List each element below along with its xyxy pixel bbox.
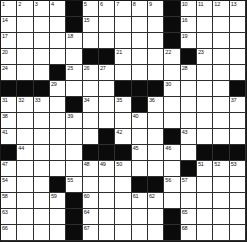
cell-r5c5[interactable]: 25 bbox=[66, 65, 82, 81]
cell-r7c12[interactable] bbox=[181, 97, 197, 113]
clue-number-8: 8 bbox=[133, 1, 136, 7]
black-square-r7c5 bbox=[66, 97, 82, 113]
cell-r6c13[interactable] bbox=[197, 81, 213, 97]
cell-r5c6[interactable]: 26 bbox=[83, 65, 99, 81]
cell-r14c9[interactable] bbox=[132, 209, 148, 225]
clue-number-1: 1 bbox=[2, 1, 5, 7]
black-square-r6c1 bbox=[1, 81, 17, 97]
cell-r15c4[interactable] bbox=[50, 225, 66, 241]
clue-number-56: 56 bbox=[165, 177, 171, 183]
cell-r7c2[interactable]: 32 bbox=[17, 97, 33, 113]
crossword-puzzle: 1234567891011121314151617181920212223242… bbox=[0, 0, 247, 242]
clue-number-15: 15 bbox=[84, 17, 90, 23]
clue-number-21: 21 bbox=[116, 49, 122, 55]
clue-number-7: 7 bbox=[116, 1, 119, 7]
cell-r8c3[interactable] bbox=[34, 113, 50, 129]
cell-r4c3[interactable] bbox=[34, 49, 50, 65]
cell-r1c4[interactable]: 4 bbox=[50, 1, 66, 17]
cell-r7c13[interactable] bbox=[197, 97, 213, 113]
cell-r15c10[interactable] bbox=[148, 225, 164, 241]
cell-r10c12[interactable] bbox=[181, 145, 197, 161]
cell-r3c3[interactable] bbox=[34, 33, 50, 49]
cell-r2c14[interactable] bbox=[213, 17, 229, 33]
cell-r14c7[interactable] bbox=[99, 209, 115, 225]
clue-number-23: 23 bbox=[198, 49, 204, 55]
cell-r10c5[interactable] bbox=[66, 145, 82, 161]
clue-number-66: 66 bbox=[2, 225, 8, 231]
black-square-r13c5 bbox=[66, 193, 82, 209]
cell-r5c2[interactable] bbox=[17, 65, 33, 81]
cell-r8c12[interactable] bbox=[181, 113, 197, 129]
cell-r13c1[interactable]: 58 bbox=[1, 193, 17, 209]
clue-number-10: 10 bbox=[182, 1, 188, 7]
cell-r11c5[interactable] bbox=[66, 161, 82, 177]
cell-r11c2[interactable] bbox=[17, 161, 33, 177]
cell-r6c14[interactable] bbox=[213, 81, 229, 97]
cell-r3c6[interactable] bbox=[83, 33, 99, 49]
black-square-r10c13 bbox=[197, 145, 213, 161]
clue-number-11: 11 bbox=[198, 1, 203, 7]
clue-number-44: 44 bbox=[18, 145, 24, 151]
black-square-r15c11 bbox=[164, 225, 180, 241]
cell-r4c13[interactable]: 23 bbox=[197, 49, 213, 65]
cell-r6c11[interactable]: 30 bbox=[164, 81, 180, 97]
cell-r12c6[interactable] bbox=[83, 177, 99, 193]
cell-r11c15[interactable]: 53 bbox=[230, 161, 246, 177]
cell-r1c1[interactable]: 1 bbox=[1, 1, 17, 17]
black-square-r10c15 bbox=[230, 145, 246, 161]
black-square-r2c11 bbox=[164, 17, 180, 33]
cell-r2c12[interactable]: 16 bbox=[181, 17, 197, 33]
cell-r9c1[interactable]: 41 bbox=[1, 129, 17, 145]
cell-r2c3[interactable] bbox=[34, 17, 50, 33]
cell-r11c10[interactable] bbox=[148, 161, 164, 177]
cell-r13c7[interactable] bbox=[99, 193, 115, 209]
cell-r1c10[interactable]: 9 bbox=[148, 1, 164, 17]
clue-number-3: 3 bbox=[35, 1, 38, 7]
clue-number-55: 55 bbox=[67, 177, 73, 183]
cell-r5c12[interactable]: 28 bbox=[181, 65, 197, 81]
cell-r9c14[interactable] bbox=[213, 129, 229, 145]
cell-r2c10[interactable] bbox=[148, 17, 164, 33]
cell-r4c9[interactable] bbox=[132, 49, 148, 65]
cell-r15c12[interactable]: 68 bbox=[181, 225, 197, 241]
cell-r9c9[interactable] bbox=[132, 129, 148, 145]
cell-r1c2[interactable]: 2 bbox=[17, 1, 33, 17]
clue-number-28: 28 bbox=[182, 65, 188, 71]
clue-number-67: 67 bbox=[84, 225, 90, 231]
cell-r7c7[interactable] bbox=[99, 97, 115, 113]
cell-r8c6[interactable] bbox=[83, 113, 99, 129]
clue-number-35: 35 bbox=[116, 97, 122, 103]
cell-r2c6[interactable]: 15 bbox=[83, 17, 99, 33]
black-square-r12c9 bbox=[132, 177, 148, 193]
cell-r15c2[interactable] bbox=[17, 225, 33, 241]
clue-number-13: 13 bbox=[231, 1, 237, 7]
clue-number-38: 38 bbox=[2, 113, 8, 119]
cell-r12c2[interactable] bbox=[17, 177, 33, 193]
clue-number-50: 50 bbox=[116, 161, 122, 167]
cell-r8c13[interactable] bbox=[197, 113, 213, 129]
cell-r11c11[interactable] bbox=[164, 161, 180, 177]
cell-r4c11[interactable]: 22 bbox=[164, 49, 180, 65]
cell-r5c10[interactable] bbox=[148, 65, 164, 81]
clue-number-25: 25 bbox=[67, 65, 73, 71]
black-square-r10c8 bbox=[115, 145, 131, 161]
cell-r3c14[interactable] bbox=[213, 33, 229, 49]
cell-r3c15[interactable] bbox=[230, 33, 246, 49]
cell-r5c9[interactable] bbox=[132, 65, 148, 81]
cell-r14c12[interactable]: 65 bbox=[181, 209, 197, 225]
cell-r15c15[interactable] bbox=[230, 225, 246, 241]
black-square-r2c5 bbox=[66, 17, 82, 33]
cell-r7c6[interactable]: 34 bbox=[83, 97, 99, 113]
cell-r8c10[interactable] bbox=[148, 113, 164, 129]
cell-r3c4[interactable] bbox=[50, 33, 66, 49]
cell-r4c5[interactable] bbox=[66, 49, 82, 65]
clue-number-47: 47 bbox=[2, 161, 8, 167]
cell-r10c2[interactable]: 44 bbox=[17, 145, 33, 161]
black-square-r10c1 bbox=[1, 145, 17, 161]
cell-r2c8[interactable] bbox=[115, 17, 131, 33]
cell-r8c11[interactable] bbox=[164, 113, 180, 129]
cell-r10c11[interactable]: 46 bbox=[164, 145, 180, 161]
cell-r5c8[interactable] bbox=[115, 65, 131, 81]
cell-r13c8[interactable] bbox=[115, 193, 131, 209]
cell-r13c4[interactable]: 59 bbox=[50, 193, 66, 209]
cell-r1c14[interactable]: 12 bbox=[213, 1, 229, 17]
cell-r4c14[interactable] bbox=[213, 49, 229, 65]
clue-number-40: 40 bbox=[133, 113, 139, 119]
cell-r1c12[interactable]: 10 bbox=[181, 1, 197, 17]
cell-r8c9[interactable]: 40 bbox=[132, 113, 148, 129]
clue-number-24: 24 bbox=[2, 65, 8, 71]
black-square-r6c15 bbox=[230, 81, 246, 97]
cell-r10c10[interactable] bbox=[148, 145, 164, 161]
cell-r5c11[interactable] bbox=[164, 65, 180, 81]
cell-r5c13[interactable] bbox=[197, 65, 213, 81]
cell-r8c4[interactable] bbox=[50, 113, 66, 129]
cell-r12c15[interactable] bbox=[230, 177, 246, 193]
cell-r15c8[interactable] bbox=[115, 225, 131, 241]
cell-r9c4[interactable] bbox=[50, 129, 66, 145]
cell-r8c2[interactable] bbox=[17, 113, 33, 129]
cell-r11c1[interactable]: 47 bbox=[1, 161, 17, 177]
cell-r14c2[interactable] bbox=[17, 209, 33, 225]
cell-r1c13[interactable]: 11 bbox=[197, 1, 213, 17]
cell-r10c3[interactable] bbox=[34, 145, 50, 161]
clue-number-48: 48 bbox=[84, 161, 90, 167]
black-square-r6c2 bbox=[17, 81, 33, 97]
clue-number-34: 34 bbox=[84, 97, 90, 103]
clue-number-41: 41 bbox=[2, 129, 8, 135]
cell-r1c9[interactable]: 8 bbox=[132, 1, 148, 17]
cell-r15c14[interactable] bbox=[213, 225, 229, 241]
cell-r11c8[interactable]: 50 bbox=[115, 161, 131, 177]
clue-number-52: 52 bbox=[214, 161, 220, 167]
clue-number-5: 5 bbox=[84, 1, 87, 7]
cell-r13c12[interactable] bbox=[181, 193, 197, 209]
cell-r2c4[interactable] bbox=[50, 17, 66, 33]
black-square-r15c5 bbox=[66, 225, 82, 241]
cell-r1c15[interactable]: 13 bbox=[230, 1, 246, 17]
cell-r5c14[interactable] bbox=[213, 65, 229, 81]
cell-r3c13[interactable] bbox=[197, 33, 213, 49]
cell-r9c15[interactable] bbox=[230, 129, 246, 145]
clue-number-2: 2 bbox=[18, 1, 21, 7]
cell-r11c13[interactable]: 51 bbox=[197, 161, 213, 177]
clue-number-27: 27 bbox=[100, 65, 106, 71]
cell-r2c9[interactable] bbox=[132, 17, 148, 33]
cell-r9c6[interactable] bbox=[83, 129, 99, 145]
black-square-r10c7 bbox=[99, 145, 115, 161]
black-square-r11c12 bbox=[181, 161, 197, 177]
cell-r11c6[interactable]: 48 bbox=[83, 161, 99, 177]
clue-number-32: 32 bbox=[18, 97, 24, 103]
cell-r10c9[interactable]: 45 bbox=[132, 145, 148, 161]
cell-r15c3[interactable] bbox=[34, 225, 50, 241]
black-square-r4c12 bbox=[181, 49, 197, 65]
cell-r7c10[interactable]: 36 bbox=[148, 97, 164, 113]
cell-r11c4[interactable] bbox=[50, 161, 66, 177]
clue-number-57: 57 bbox=[182, 177, 188, 183]
cell-r1c8[interactable]: 7 bbox=[115, 1, 131, 17]
cell-r9c8[interactable]: 42 bbox=[115, 129, 131, 145]
cell-r8c14[interactable] bbox=[213, 113, 229, 129]
clue-number-61: 61 bbox=[133, 193, 139, 199]
cell-r13c13[interactable] bbox=[197, 193, 213, 209]
cell-r12c1[interactable]: 54 bbox=[1, 177, 17, 193]
cell-r6c12[interactable] bbox=[181, 81, 197, 97]
cell-r13c3[interactable] bbox=[34, 193, 50, 209]
cell-r15c1[interactable]: 66 bbox=[1, 225, 17, 241]
cell-r4c4[interactable] bbox=[50, 49, 66, 65]
clue-number-42: 42 bbox=[116, 129, 122, 135]
clue-number-63: 63 bbox=[2, 209, 8, 215]
cell-r13c14[interactable] bbox=[213, 193, 229, 209]
cell-r9c12[interactable]: 43 bbox=[181, 129, 197, 145]
cell-r6c7[interactable] bbox=[99, 81, 115, 97]
cell-r14c13[interactable] bbox=[197, 209, 213, 225]
cell-r13c10[interactable]: 62 bbox=[148, 193, 164, 209]
cell-r7c14[interactable] bbox=[213, 97, 229, 113]
black-square-r6c9 bbox=[132, 81, 148, 97]
cell-r14c4[interactable] bbox=[50, 209, 66, 225]
cell-r13c9[interactable]: 61 bbox=[132, 193, 148, 209]
clue-number-20: 20 bbox=[2, 49, 8, 55]
clue-number-14: 14 bbox=[2, 17, 8, 23]
cell-r1c6[interactable]: 5 bbox=[83, 1, 99, 17]
cell-r8c1[interactable]: 38 bbox=[1, 113, 17, 129]
black-square-r1c11 bbox=[164, 1, 180, 17]
clue-number-62: 62 bbox=[149, 193, 155, 199]
cell-r9c13[interactable] bbox=[197, 129, 213, 145]
cell-r9c2[interactable] bbox=[17, 129, 33, 145]
black-square-r10c14 bbox=[213, 145, 229, 161]
clue-number-33: 33 bbox=[35, 97, 41, 103]
cell-r11c7[interactable]: 49 bbox=[99, 161, 115, 177]
clue-number-59: 59 bbox=[51, 193, 57, 199]
black-square-r6c3 bbox=[34, 81, 50, 97]
cell-r1c7[interactable]: 6 bbox=[99, 1, 115, 17]
cell-r12c13[interactable] bbox=[197, 177, 213, 193]
clue-number-46: 46 bbox=[165, 145, 171, 151]
black-square-r5c4 bbox=[50, 65, 66, 81]
black-square-r9c7 bbox=[99, 129, 115, 145]
cell-r4c15[interactable] bbox=[230, 49, 246, 65]
cell-r4c8[interactable]: 21 bbox=[115, 49, 131, 65]
cell-r14c1[interactable]: 63 bbox=[1, 209, 17, 225]
cell-r15c13[interactable] bbox=[197, 225, 213, 241]
cell-r9c5[interactable] bbox=[66, 129, 82, 145]
cell-r6c5[interactable] bbox=[66, 81, 82, 97]
cell-r12c14[interactable] bbox=[213, 177, 229, 193]
clue-number-22: 22 bbox=[165, 49, 171, 55]
cell-r6c4[interactable]: 29 bbox=[50, 81, 66, 97]
clue-number-29: 29 bbox=[51, 81, 57, 87]
cell-r12c11[interactable]: 56 bbox=[164, 177, 180, 193]
cell-r4c10[interactable] bbox=[148, 49, 164, 65]
clue-number-43: 43 bbox=[182, 129, 188, 135]
black-square-r1c5 bbox=[66, 1, 82, 17]
cell-r12c7[interactable] bbox=[99, 177, 115, 193]
clue-number-6: 6 bbox=[100, 1, 103, 7]
cell-r7c11[interactable] bbox=[164, 97, 180, 113]
black-square-r3c11 bbox=[164, 33, 180, 49]
cell-r3c10[interactable] bbox=[148, 33, 164, 49]
cell-r7c3[interactable]: 33 bbox=[34, 97, 50, 113]
cell-r9c3[interactable] bbox=[34, 129, 50, 145]
cell-r3c8[interactable] bbox=[115, 33, 131, 49]
clue-number-51: 51 bbox=[198, 161, 204, 167]
cell-r13c15[interactable] bbox=[230, 193, 246, 209]
clue-number-60: 60 bbox=[84, 193, 90, 199]
cell-r13c2[interactable] bbox=[17, 193, 33, 209]
cell-r15c6[interactable]: 67 bbox=[83, 225, 99, 241]
cell-r3c2[interactable] bbox=[17, 33, 33, 49]
cell-r14c8[interactable] bbox=[115, 209, 131, 225]
cell-r5c1[interactable]: 24 bbox=[1, 65, 17, 81]
cell-r15c7[interactable] bbox=[99, 225, 115, 241]
black-square-r6c10 bbox=[148, 81, 164, 97]
cell-r4c2[interactable] bbox=[17, 49, 33, 65]
cell-r8c8[interactable] bbox=[115, 113, 131, 129]
cell-r7c4[interactable] bbox=[50, 97, 66, 113]
black-square-r6c8 bbox=[115, 81, 131, 97]
clue-number-30: 30 bbox=[165, 81, 171, 87]
cell-r14c3[interactable] bbox=[34, 209, 50, 225]
clue-number-16: 16 bbox=[182, 17, 188, 23]
cell-r3c7[interactable] bbox=[99, 33, 115, 49]
cell-r10c4[interactable] bbox=[50, 145, 66, 161]
cell-r2c1[interactable]: 14 bbox=[1, 17, 17, 33]
black-square-r12c4 bbox=[50, 177, 66, 193]
clue-number-65: 65 bbox=[182, 209, 188, 215]
clue-number-36: 36 bbox=[149, 97, 155, 103]
clue-number-45: 45 bbox=[133, 145, 139, 151]
black-square-r14c5 bbox=[66, 209, 82, 225]
cell-r3c12[interactable]: 19 bbox=[181, 33, 197, 49]
clue-number-4: 4 bbox=[51, 1, 54, 7]
cell-r3c5[interactable]: 18 bbox=[66, 33, 82, 49]
clue-number-53: 53 bbox=[231, 161, 237, 167]
clue-number-68: 68 bbox=[182, 225, 188, 231]
cell-r9c10[interactable] bbox=[148, 129, 164, 145]
cell-r8c7[interactable] bbox=[99, 113, 115, 129]
cell-r13c11[interactable] bbox=[164, 193, 180, 209]
cell-r11c9[interactable] bbox=[132, 161, 148, 177]
cell-r5c3[interactable] bbox=[34, 65, 50, 81]
clue-number-19: 19 bbox=[182, 33, 188, 39]
cell-r11c14[interactable]: 52 bbox=[213, 161, 229, 177]
cell-r12c12[interactable]: 57 bbox=[181, 177, 197, 193]
cell-r12c3[interactable] bbox=[34, 177, 50, 193]
cell-r14c15[interactable] bbox=[230, 209, 246, 225]
clue-number-17: 17 bbox=[2, 33, 8, 39]
clue-number-37: 37 bbox=[231, 97, 237, 103]
cell-r2c7[interactable] bbox=[99, 17, 115, 33]
clue-number-64: 64 bbox=[84, 209, 90, 215]
cell-r3c9[interactable] bbox=[132, 33, 148, 49]
crossword-grid: 1234567891011121314151617181920212223242… bbox=[0, 0, 247, 242]
black-square-r4c6 bbox=[83, 49, 99, 65]
black-square-r14c11 bbox=[164, 209, 180, 225]
clue-number-31: 31 bbox=[2, 97, 8, 103]
clue-number-12: 12 bbox=[214, 1, 220, 7]
cell-r15c9[interactable] bbox=[132, 225, 148, 241]
clue-number-9: 9 bbox=[149, 1, 152, 7]
cell-r4c1[interactable]: 20 bbox=[1, 49, 17, 65]
black-square-r7c9 bbox=[132, 97, 148, 113]
cell-r7c8[interactable]: 35 bbox=[115, 97, 131, 113]
cell-r2c15[interactable] bbox=[230, 17, 246, 33]
clue-number-54: 54 bbox=[2, 177, 8, 183]
black-square-r4c7 bbox=[99, 49, 115, 65]
cell-r14c6[interactable]: 64 bbox=[83, 209, 99, 225]
cell-r2c13[interactable] bbox=[197, 17, 213, 33]
cell-r7c1[interactable]: 31 bbox=[1, 97, 17, 113]
clue-number-26: 26 bbox=[84, 65, 90, 71]
black-square-r9c11 bbox=[164, 129, 180, 145]
clue-number-39: 39 bbox=[67, 113, 73, 119]
cell-r6c6[interactable] bbox=[83, 81, 99, 97]
cell-r8c5[interactable]: 39 bbox=[66, 113, 82, 129]
black-square-r12c10 bbox=[148, 177, 164, 193]
cell-r14c14[interactable] bbox=[213, 209, 229, 225]
cell-r11c3[interactable] bbox=[34, 161, 50, 177]
cell-r12c8[interactable] bbox=[115, 177, 131, 193]
clue-number-58: 58 bbox=[2, 193, 8, 199]
cell-r3c1[interactable]: 17 bbox=[1, 33, 17, 49]
cell-r7c15[interactable]: 37 bbox=[230, 97, 246, 113]
clue-number-18: 18 bbox=[67, 33, 73, 39]
cell-r2c2[interactable] bbox=[17, 17, 33, 33]
cell-r1c3[interactable]: 3 bbox=[34, 1, 50, 17]
cell-r5c15[interactable] bbox=[230, 65, 246, 81]
cell-r14c10[interactable] bbox=[148, 209, 164, 225]
cell-r13c6[interactable]: 60 bbox=[83, 193, 99, 209]
cell-r5c7[interactable]: 27 bbox=[99, 65, 115, 81]
cell-r8c15[interactable] bbox=[230, 113, 246, 129]
clue-number-49: 49 bbox=[100, 161, 106, 167]
black-square-r10c6 bbox=[83, 145, 99, 161]
cell-r12c5[interactable]: 55 bbox=[66, 177, 82, 193]
